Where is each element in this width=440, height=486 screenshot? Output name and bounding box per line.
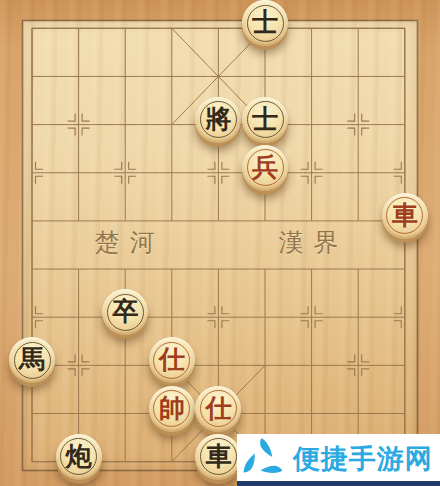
watermark: 便捷手游网 (237, 434, 440, 486)
point-1-1[interactable] (55, 52, 102, 100)
piece-glyph: 士 (252, 106, 278, 132)
piece-glyph: 卒 (112, 298, 138, 324)
piece-black-soldier[interactable]: 卒 (102, 289, 148, 335)
point-4-3[interactable] (195, 149, 242, 197)
point-8-8[interactable] (381, 389, 428, 437)
point-8-3[interactable] (381, 149, 428, 197)
point-1-7[interactable] (55, 341, 102, 389)
point-6-3[interactable] (288, 149, 335, 197)
piece-glyph: 車 (205, 443, 231, 469)
point-6-6[interactable] (288, 293, 335, 341)
piece-glyph: 將 (205, 106, 231, 132)
point-1-2[interactable] (55, 100, 102, 148)
piece-glyph: 士 (252, 9, 278, 35)
point-4-0[interactable] (195, 4, 242, 52)
piece-glyph: 仕 (159, 346, 185, 372)
point-0-1[interactable] (9, 52, 56, 100)
point-3-3[interactable] (148, 149, 195, 197)
piece-black-general[interactable]: 將 (195, 97, 241, 143)
river-label-right: 漢界 (274, 226, 349, 259)
point-8-1[interactable] (381, 52, 428, 100)
point-7-3[interactable] (335, 149, 382, 197)
river-label-left: 楚河 (90, 226, 165, 259)
point-0-9[interactable] (9, 437, 56, 485)
watermark-text: 便捷手游网 (293, 441, 433, 477)
point-4-1[interactable] (195, 52, 242, 100)
point-6-8[interactable] (288, 389, 335, 437)
point-2-9[interactable] (102, 437, 149, 485)
piece-red-advisor[interactable]: 仕 (195, 385, 241, 431)
point-5-8[interactable] (242, 389, 289, 437)
piece-glyph: 帥 (159, 394, 185, 420)
point-2-3[interactable] (102, 149, 149, 197)
watermark-logo-icon (240, 436, 285, 481)
point-2-1[interactable] (102, 52, 149, 100)
piece-black-chariot[interactable]: 車 (195, 434, 241, 480)
point-7-7[interactable] (335, 341, 382, 389)
piece-glyph: 車 (392, 202, 418, 228)
point-8-5[interactable] (381, 245, 428, 293)
point-6-1[interactable] (288, 52, 335, 100)
point-7-0[interactable] (335, 4, 382, 52)
piece-glyph: 炮 (66, 443, 92, 469)
piece-black-advisor[interactable]: 士 (242, 97, 288, 143)
piece-black-horse[interactable]: 馬 (9, 337, 55, 383)
point-0-8[interactable] (9, 389, 56, 437)
point-3-1[interactable] (148, 52, 195, 100)
point-5-7[interactable] (242, 341, 289, 389)
point-7-8[interactable] (335, 389, 382, 437)
piece-red-advisor[interactable]: 仕 (149, 337, 195, 383)
point-3-6[interactable] (148, 293, 195, 341)
point-0-5[interactable] (9, 245, 56, 293)
xiangqi-app: 楚河 漢界 士將士兵車卒馬仕帥仕炮車 便捷手游网 (0, 0, 440, 486)
point-6-2[interactable] (288, 100, 335, 148)
point-4-6[interactable] (195, 293, 242, 341)
point-1-3[interactable] (55, 149, 102, 197)
point-2-0[interactable] (102, 4, 149, 52)
point-7-1[interactable] (335, 52, 382, 100)
point-4-5[interactable] (195, 245, 242, 293)
point-1-8[interactable] (55, 389, 102, 437)
point-0-4[interactable] (9, 197, 56, 245)
point-8-2[interactable] (381, 100, 428, 148)
point-4-4[interactable] (195, 197, 242, 245)
piece-red-soldier[interactable]: 兵 (242, 145, 288, 191)
point-7-2[interactable] (335, 100, 382, 148)
point-5-6[interactable] (242, 293, 289, 341)
point-7-6[interactable] (335, 293, 382, 341)
piece-glyph: 馬 (19, 346, 45, 372)
point-8-6[interactable] (381, 293, 428, 341)
point-4-7[interactable] (195, 341, 242, 389)
point-8-7[interactable] (381, 341, 428, 389)
watermark-bottom-bar (237, 481, 440, 486)
point-0-2[interactable] (9, 100, 56, 148)
point-5-1[interactable] (242, 52, 289, 100)
point-3-9[interactable] (148, 437, 195, 485)
point-1-6[interactable] (55, 293, 102, 341)
piece-glyph: 兵 (252, 154, 278, 180)
point-3-0[interactable] (148, 4, 195, 52)
point-0-0[interactable] (9, 4, 56, 52)
point-2-7[interactable] (102, 341, 149, 389)
piece-red-general[interactable]: 帥 (149, 385, 195, 431)
point-6-0[interactable] (288, 4, 335, 52)
point-3-2[interactable] (148, 100, 195, 148)
point-8-0[interactable] (381, 4, 428, 52)
point-1-0[interactable] (55, 4, 102, 52)
point-6-7[interactable] (288, 341, 335, 389)
piece-red-chariot[interactable]: 車 (382, 193, 428, 239)
point-2-8[interactable] (102, 389, 149, 437)
piece-glyph: 仕 (205, 394, 231, 420)
point-0-6[interactable] (9, 293, 56, 341)
point-2-2[interactable] (102, 100, 149, 148)
piece-black-cannon[interactable]: 炮 (56, 434, 102, 480)
point-0-3[interactable] (9, 149, 56, 197)
piece-black-advisor[interactable]: 士 (242, 0, 288, 46)
